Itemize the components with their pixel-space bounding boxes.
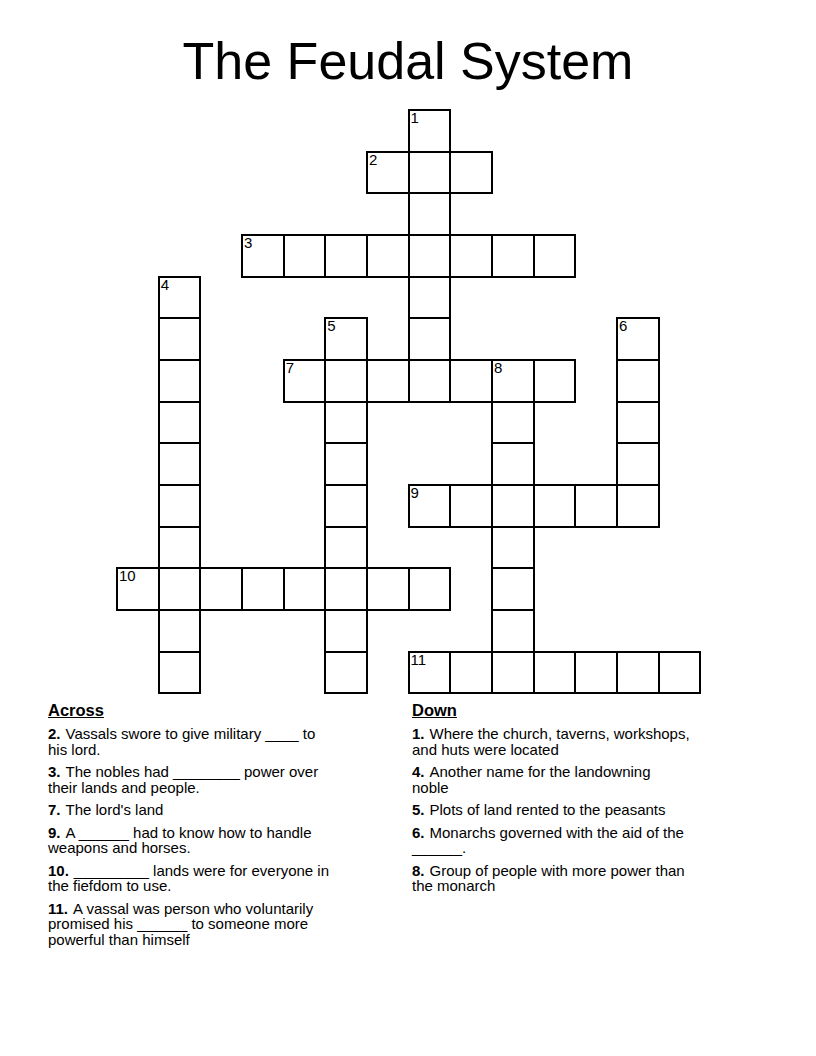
grid-cell-r11c0[interactable]: 10 <box>116 567 160 611</box>
grid-cell-r13c11[interactable] <box>574 651 618 695</box>
grid-cell-r5c12[interactable]: 6 <box>616 317 660 361</box>
grid-cell-r9c12[interactable] <box>616 484 660 528</box>
down-heading: Down <box>412 701 780 719</box>
grid-cell-r11c7[interactable] <box>408 567 452 611</box>
crossword-grid: 1234567891011 <box>117 110 701 694</box>
grid-cell-r6c6[interactable] <box>366 359 410 403</box>
grid-cell-r9c7[interactable]: 9 <box>408 484 452 528</box>
grid-cell-r12c9[interactable] <box>491 609 535 653</box>
grid-cell-r7c9[interactable] <box>491 401 535 445</box>
grid-cell-r6c9[interactable]: 8 <box>491 359 535 403</box>
grid-cell-r11c9[interactable] <box>491 567 535 611</box>
grid-cell-r9c1[interactable] <box>158 484 202 528</box>
clue-text: A vassal was person who voluntarily prom… <box>48 900 313 948</box>
grid-cell-r1c7[interactable] <box>408 151 452 195</box>
grid-cell-r10c9[interactable] <box>491 526 535 570</box>
grid-cell-r6c10[interactable] <box>533 359 577 403</box>
grid-cell-r3c6[interactable] <box>366 234 410 278</box>
grid-cell-r10c1[interactable] <box>158 526 202 570</box>
clue-text: The lord's land <box>66 801 164 818</box>
grid-cell-r8c1[interactable] <box>158 442 202 486</box>
clue-6-down: 6.Monarchs governed with the aid of the … <box>412 825 780 856</box>
across-clues: Across 2.Vassals swore to give military … <box>48 701 404 954</box>
grid-cell-r6c1[interactable] <box>158 359 202 403</box>
down-clue-list: 1.Where the church, taverns, workshops, … <box>412 726 780 894</box>
grid-cell-r12c1[interactable] <box>158 609 202 653</box>
cell-number-7: 7 <box>286 360 294 376</box>
clue-text: Group of people with more power than the… <box>412 862 685 895</box>
grid-cell-r5c1[interactable] <box>158 317 202 361</box>
grid-cell-r9c10[interactable] <box>533 484 577 528</box>
cell-number-9: 9 <box>411 485 419 501</box>
clue-5-down: 5.Plots of land rented to the peasants <box>412 802 780 818</box>
clue-number: 10. <box>48 862 69 879</box>
clue-text: Monarchs governed with the aid of the __… <box>412 824 684 857</box>
clue-number: 3. <box>48 763 61 780</box>
grid-cell-r6c7[interactable] <box>408 359 452 403</box>
page-title: The Feudal System <box>0 34 816 89</box>
grid-cell-r13c10[interactable] <box>533 651 577 695</box>
cell-number-5: 5 <box>327 318 335 334</box>
grid-cell-r3c4[interactable] <box>283 234 327 278</box>
grid-cell-r1c8[interactable] <box>449 151 493 195</box>
cell-number-3: 3 <box>244 235 252 251</box>
clue-number: 5. <box>412 801 425 818</box>
clue-8-down: 8.Group of people with more power than t… <box>412 863 780 894</box>
grid-cell-r3c3[interactable]: 3 <box>241 234 285 278</box>
clue-text: Where the church, taverns, workshops, an… <box>412 725 690 758</box>
clue-number: 7. <box>48 801 61 818</box>
clue-3-across: 3.The nobles had ________ power over the… <box>48 764 404 795</box>
grid-cell-r7c5[interactable] <box>324 401 368 445</box>
grid-cell-r10c5[interactable] <box>324 526 368 570</box>
grid-cell-r3c7[interactable] <box>408 234 452 278</box>
grid-cell-r9c9[interactable] <box>491 484 535 528</box>
clue-7-across: 7.The lord's land <box>48 802 404 818</box>
grid-cell-r11c3[interactable] <box>241 567 285 611</box>
clue-number: 9. <box>48 824 61 841</box>
clue-text: Plots of land rented to the peasants <box>430 801 666 818</box>
clue-9-across: 9.A ______ had to know how to handle wea… <box>48 825 404 856</box>
clue-number: 11. <box>48 900 68 917</box>
clue-text: Vassals swore to give military ____ to h… <box>48 725 315 758</box>
grid-cell-r2c7[interactable] <box>408 192 452 236</box>
grid-cell-r8c9[interactable] <box>491 442 535 486</box>
grid-cell-r13c13[interactable] <box>658 651 702 695</box>
cell-number-2: 2 <box>369 152 377 168</box>
grid-cell-r8c12[interactable] <box>616 442 660 486</box>
clue-text: A ______ had to know how to handle weapo… <box>48 824 312 857</box>
grid-cell-r3c9[interactable] <box>491 234 535 278</box>
clue-11-across: 11.A vassal was person who voluntarily p… <box>48 901 404 948</box>
clue-text: _________ lands were for everyone in the… <box>48 862 329 895</box>
cell-number-11: 11 <box>411 652 427 668</box>
grid-cell-r9c5[interactable] <box>324 484 368 528</box>
across-heading: Across <box>48 701 404 719</box>
cell-number-10: 10 <box>119 568 136 584</box>
clue-number: 2. <box>48 725 61 742</box>
cell-number-8: 8 <box>494 360 502 376</box>
cell-number-6: 6 <box>619 318 627 334</box>
down-clues: Down 1.Where the church, taverns, worksh… <box>412 701 780 901</box>
grid-cell-r4c7[interactable] <box>408 276 452 320</box>
grid-cell-r11c2[interactable] <box>199 567 243 611</box>
clue-number: 8. <box>412 862 425 879</box>
grid-cell-r13c8[interactable] <box>449 651 493 695</box>
grid-cell-r13c5[interactable] <box>324 651 368 695</box>
grid-cell-r6c4[interactable]: 7 <box>283 359 327 403</box>
clue-1-down: 1.Where the church, taverns, workshops, … <box>412 726 780 757</box>
grid-cell-r6c5[interactable] <box>324 359 368 403</box>
cell-number-1: 1 <box>411 110 419 126</box>
clue-10-across: 10._________ lands were for everyone in … <box>48 863 404 894</box>
grid-cell-r8c5[interactable] <box>324 442 368 486</box>
grid-cell-r5c7[interactable] <box>408 317 452 361</box>
grid-cell-r13c12[interactable] <box>616 651 660 695</box>
grid-cell-r3c10[interactable] <box>533 234 577 278</box>
grid-cell-r0c7[interactable]: 1 <box>408 109 452 153</box>
clue-4-down: 4.Another name for the landowning noble <box>412 764 780 795</box>
grid-cell-r9c8[interactable] <box>449 484 493 528</box>
grid-cell-r5c5[interactable]: 5 <box>324 317 368 361</box>
clue-number: 6. <box>412 824 425 841</box>
grid-cell-r13c1[interactable] <box>158 651 202 695</box>
grid-cell-r7c1[interactable] <box>158 401 202 445</box>
grid-cell-r11c6[interactable] <box>366 567 410 611</box>
clue-number: 1. <box>412 725 425 742</box>
grid-cell-r11c1[interactable] <box>158 567 202 611</box>
across-clue-list: 2.Vassals swore to give military ____ to… <box>48 726 404 947</box>
clue-number: 4. <box>412 763 425 780</box>
clue-text: Another name for the landowning noble <box>412 763 651 796</box>
grid-cell-r6c12[interactable] <box>616 359 660 403</box>
grid-cell-r11c5[interactable] <box>324 567 368 611</box>
worksheet-page: The Feudal System 1234567891011 Across 2… <box>0 0 816 1056</box>
grid-cell-r4c1[interactable]: 4 <box>158 276 202 320</box>
grid-cell-r6c8[interactable] <box>449 359 493 403</box>
grid-cell-r9c11[interactable] <box>574 484 618 528</box>
grid-cell-r13c9[interactable] <box>491 651 535 695</box>
grid-cell-r7c12[interactable] <box>616 401 660 445</box>
grid-cell-r12c5[interactable] <box>324 609 368 653</box>
clue-2-across: 2.Vassals swore to give military ____ to… <box>48 726 404 757</box>
grid-cell-r3c8[interactable] <box>449 234 493 278</box>
grid-cell-r1c6[interactable]: 2 <box>366 151 410 195</box>
clue-text: The nobles had ________ power over their… <box>48 763 318 796</box>
cell-number-4: 4 <box>161 277 169 293</box>
grid-cell-r3c5[interactable] <box>324 234 368 278</box>
grid-cell-r11c4[interactable] <box>283 567 327 611</box>
grid-cell-r13c7[interactable]: 11 <box>408 651 452 695</box>
